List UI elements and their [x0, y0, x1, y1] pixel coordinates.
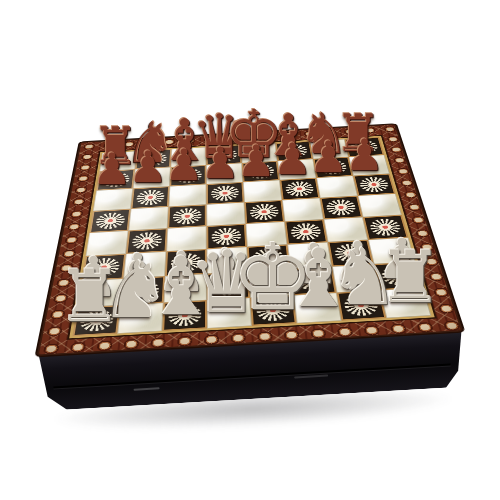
- box-highlight: [295, 375, 329, 379]
- square-b5[interactable]: [128, 207, 168, 231]
- square-a5[interactable]: [89, 209, 130, 233]
- box-highlight: [134, 387, 160, 390]
- product-photo-scene: ♜♞♝♛♚♝♞♜♟♟♟♟♟♟♟♟♟♟♟♟♟♟♟♟♜♞♝♛♚♝♞♜: [0, 0, 500, 500]
- square-d5[interactable]: [206, 202, 245, 226]
- box-lid-seam: [53, 363, 451, 388]
- piece-black-pawn-a7[interactable]: ♟: [93, 147, 132, 190]
- piece-white-rook-h1[interactable]: ♜: [378, 241, 443, 313]
- square-c5[interactable]: [167, 205, 206, 229]
- square-h5[interactable]: [358, 194, 402, 217]
- square-e5[interactable]: [244, 200, 284, 224]
- square-g5[interactable]: [320, 196, 363, 220]
- square-f5[interactable]: [282, 198, 324, 222]
- piece-black-pawn-h7[interactable]: ♟: [345, 134, 384, 177]
- piece-black-pawn-d7[interactable]: ♟: [201, 142, 240, 185]
- piece-black-pawn-c7[interactable]: ♟: [165, 143, 204, 186]
- piece-black-pawn-f7[interactable]: ♟: [273, 138, 312, 181]
- piece-black-pawn-e7[interactable]: ♟: [237, 140, 276, 183]
- piece-black-pawn-b7[interactable]: ♟: [129, 145, 168, 188]
- piece-black-pawn-g7[interactable]: ♟: [309, 136, 348, 179]
